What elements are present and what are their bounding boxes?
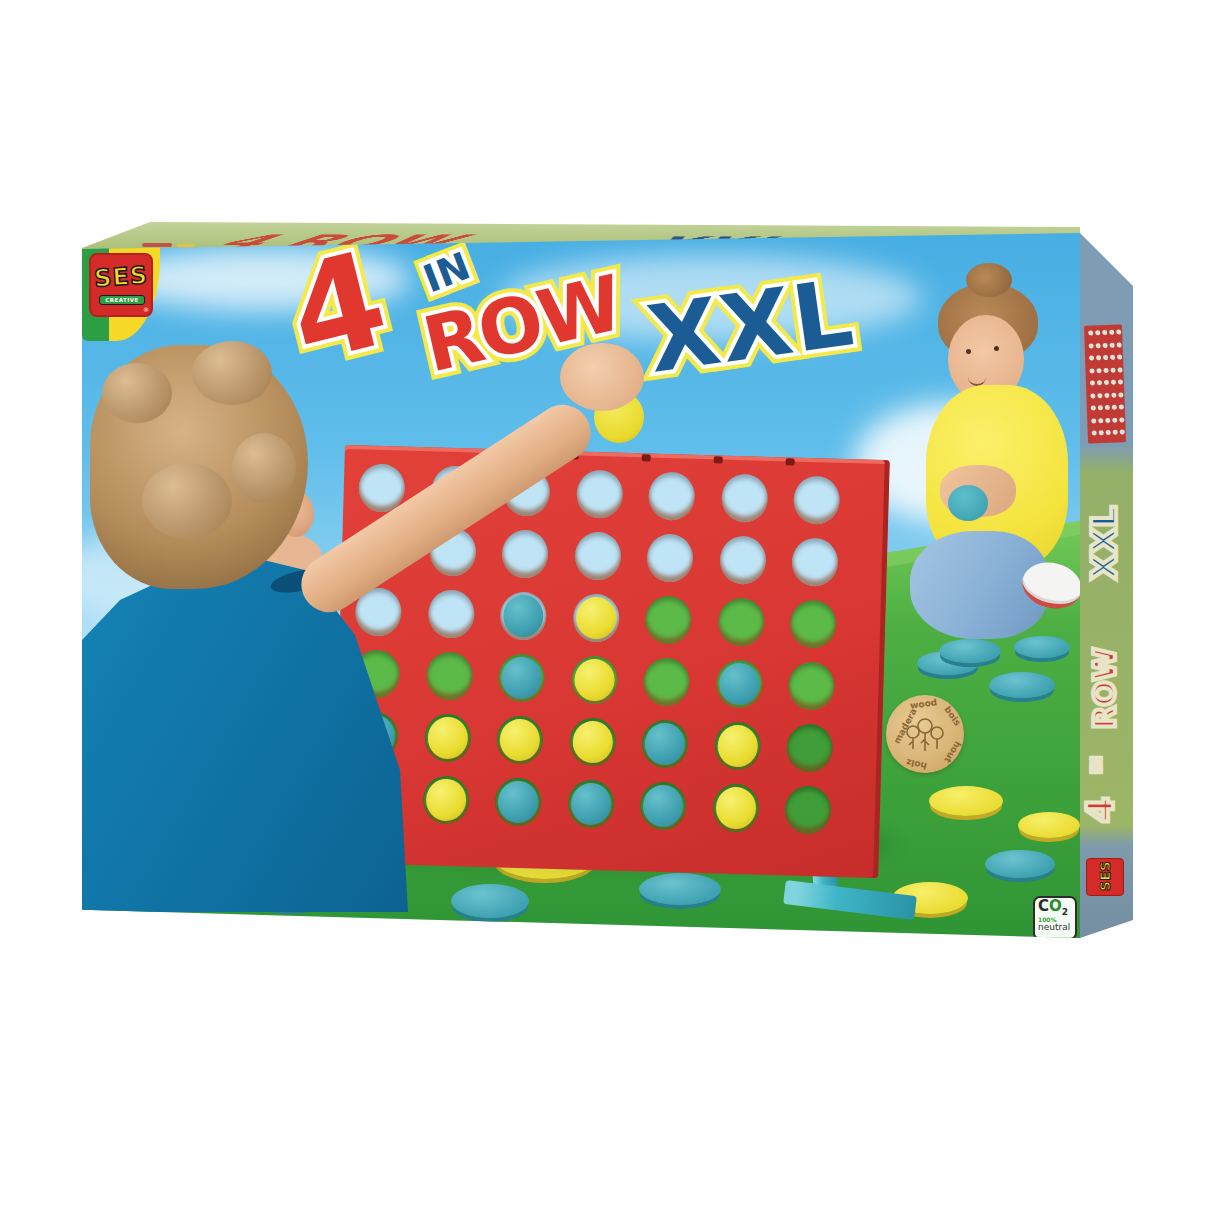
side-ses-text: SES xyxy=(1097,858,1113,894)
girl-held-teal-disc xyxy=(948,485,988,521)
hole-r1-c6 xyxy=(721,474,768,523)
mini-board-hole xyxy=(1104,380,1109,385)
side-ses-logo: SES xyxy=(1086,858,1124,896)
teal-disc-on-grass xyxy=(639,873,721,905)
hole-r3-c6 xyxy=(717,597,764,646)
mini-board-hole xyxy=(1119,417,1124,422)
girl-eye xyxy=(966,349,971,354)
teal-disc-on-grass xyxy=(989,672,1055,698)
mini-board-hole xyxy=(1118,379,1123,384)
yellow-disc-r6-c6 xyxy=(715,786,756,829)
mini-board-hole xyxy=(1098,405,1103,410)
hole-r5-c2 xyxy=(424,713,471,762)
mini-board-hole xyxy=(1106,430,1111,435)
yellow-disc-r5-c3 xyxy=(499,718,540,761)
hole-r1-c5 xyxy=(648,472,695,521)
boy-hand xyxy=(560,343,644,411)
mini-board-hole xyxy=(1103,367,1108,372)
co2-neutral-text: neutral xyxy=(1038,923,1072,932)
hole-r5-c5 xyxy=(641,719,688,768)
mini-board-hole xyxy=(1113,430,1118,435)
hole-r6-c6 xyxy=(712,783,759,832)
boy-hair-curl xyxy=(102,363,172,423)
hole-r4-c5 xyxy=(643,657,690,706)
board-slot-notch xyxy=(714,456,723,463)
mini-board-hole xyxy=(1090,393,1095,398)
teal-disc-r3-c3 xyxy=(503,594,544,637)
hole-r4-c6 xyxy=(715,659,762,708)
side-4-label: 4 xyxy=(1078,760,1122,860)
hole-r6-c2 xyxy=(422,775,469,824)
hole-r5-c6 xyxy=(714,721,761,770)
stamp-word-holz: holz xyxy=(905,757,928,771)
hole-r6-c5 xyxy=(639,781,686,830)
yellow-disc-r3-c4 xyxy=(575,597,616,640)
girl-hair-bun xyxy=(966,263,1012,297)
mini-board-hole xyxy=(1109,330,1114,335)
mini-board-hole xyxy=(1117,342,1122,347)
yellow-disc-on-grass xyxy=(1018,812,1080,838)
teal-disc-r6-c4 xyxy=(570,782,611,825)
hole-r5-c3 xyxy=(496,715,543,764)
mini-board-hole xyxy=(1111,380,1116,385)
yellow-disc-r5-c4 xyxy=(572,720,613,763)
mini-board-hole xyxy=(1105,417,1110,422)
mini-board-hole xyxy=(1117,367,1122,372)
hole-r4-c4 xyxy=(570,655,617,704)
mini-board-hole xyxy=(1092,430,1097,435)
mini-board-hole xyxy=(1116,329,1121,334)
mini-board-hole xyxy=(1098,418,1103,423)
mini-board-hole xyxy=(1110,355,1115,360)
hole-r3-c7 xyxy=(790,600,837,649)
hole-r2-c4 xyxy=(574,531,621,580)
ses-creative-text: CREATIVE xyxy=(99,295,145,305)
ses-logo-text: SES xyxy=(90,261,152,293)
teal-disc-on-grass xyxy=(985,850,1055,878)
mini-board-hole xyxy=(1099,430,1104,435)
registered-mark: ® xyxy=(143,306,149,313)
mini-board-hole xyxy=(1097,380,1102,385)
boy-hair-curl xyxy=(232,433,296,503)
hole-r5-c7 xyxy=(786,723,833,772)
hole-r2-c6 xyxy=(719,536,766,585)
mini-board-hole xyxy=(1096,343,1101,348)
hole-r2-c7 xyxy=(791,538,838,587)
mini-board-hole xyxy=(1104,392,1109,397)
wood-stamp: woodboishoutholzmadera xyxy=(886,695,964,773)
yellow-disc-r5-c2 xyxy=(427,716,468,759)
hole-r1-c7 xyxy=(793,476,840,525)
mini-board-hole xyxy=(1119,404,1124,409)
mini-board-hole xyxy=(1091,418,1096,423)
boy-hair-curl xyxy=(142,463,232,539)
hole-r3-c2 xyxy=(427,589,474,638)
mini-board-hole xyxy=(1105,405,1110,410)
hole-r3-c4 xyxy=(572,593,619,642)
mini-board-hole xyxy=(1112,417,1117,422)
mini-board-hole xyxy=(1089,343,1094,348)
teal-disc-on-grass xyxy=(451,884,529,918)
mini-board-hole xyxy=(1103,342,1108,347)
hole-r3-c5 xyxy=(645,595,692,644)
mini-board-hole xyxy=(1110,367,1115,372)
hole-r4-c3 xyxy=(498,653,545,702)
yellow-disc-r5-c6 xyxy=(717,725,758,768)
hole-r4-c2 xyxy=(425,651,472,700)
board-slot-notch xyxy=(642,454,651,461)
title-xxl: XXLXXLXXL xyxy=(643,267,860,387)
teal-disc-r4-c3 xyxy=(501,656,542,699)
mini-board-hole xyxy=(1097,393,1102,398)
mini-board-hole xyxy=(1120,429,1125,434)
mini-board-hole xyxy=(1096,368,1101,373)
mini-board-hole xyxy=(1103,355,1108,360)
mini-board-hole xyxy=(1102,330,1107,335)
globe-o-icon: O xyxy=(1049,897,1062,915)
mini-board-hole xyxy=(1089,355,1094,360)
mini-board-hole xyxy=(1096,355,1101,360)
ses-logo: SES CREATIVE ® xyxy=(89,253,153,317)
teal-disc-r6-c3 xyxy=(498,780,539,823)
side-mini-board-graphic xyxy=(1084,324,1126,443)
top-face-art-speck xyxy=(142,243,172,247)
hole-r6-c3 xyxy=(494,777,541,826)
mini-board-hole xyxy=(1111,392,1116,397)
teal-disc-on-grass xyxy=(1014,636,1070,658)
ses-logo-banner: SES CREATIVE ® xyxy=(82,245,162,341)
hole-r2-c5 xyxy=(646,533,693,582)
hole-r5-c4 xyxy=(569,717,616,766)
mini-board-hole xyxy=(1117,354,1122,359)
board-slot-notch xyxy=(786,458,795,465)
hole-r2-c3 xyxy=(501,529,548,578)
mini-board-hole xyxy=(1091,405,1096,410)
co2-neutral-badge: CO2 100% neutral xyxy=(1033,896,1077,940)
yellow-disc-r4-c4 xyxy=(573,658,614,701)
girl-eye xyxy=(994,346,999,351)
mini-board-hole xyxy=(1090,380,1095,385)
mini-board-hole xyxy=(1112,405,1117,410)
mini-board-hole xyxy=(1110,342,1115,347)
mini-board-hole xyxy=(1088,330,1093,335)
teal-disc-r5-c5 xyxy=(644,722,685,765)
teal-disc-on-grass xyxy=(939,639,1001,663)
hole-r6-c7 xyxy=(784,785,831,834)
box-front-face: 444 INININ ROWROWROW XXLXXLXXL xyxy=(82,233,1080,938)
boy-hair-curl xyxy=(192,341,272,405)
co2-text: CO2 xyxy=(1038,899,1072,917)
yellow-disc-r6-c2 xyxy=(425,778,466,821)
box-photo: 4 ROW XXL XXL ROW IN 4 SES xyxy=(0,0,1214,1214)
box-side-face: XXL ROW IN 4 SES xyxy=(1080,233,1133,938)
hole-r6-c4 xyxy=(567,779,614,828)
side-xxl-label: XXL xyxy=(1084,493,1124,593)
mini-board-hole xyxy=(1095,330,1100,335)
hole-r4-c7 xyxy=(788,661,835,710)
yellow-disc-on-grass xyxy=(929,786,1003,816)
mini-board-hole xyxy=(1089,368,1094,373)
teal-disc-r4-c6 xyxy=(718,663,759,706)
hole-r1-c4 xyxy=(576,469,623,518)
teal-disc-r6-c5 xyxy=(642,784,683,827)
mini-board-hole xyxy=(1118,392,1123,397)
hole-r3-c3 xyxy=(500,591,547,640)
